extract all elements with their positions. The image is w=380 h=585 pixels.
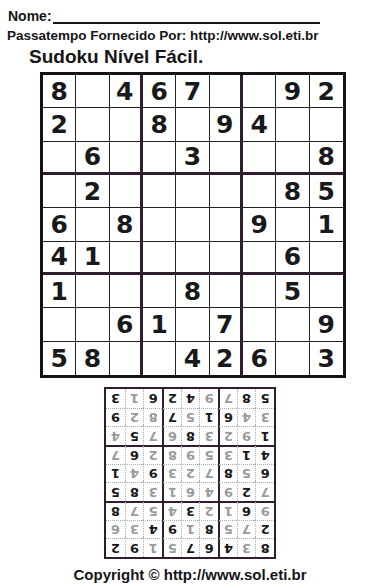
puzzle-cell-r3c8: [276, 142, 309, 175]
puzzle-cell-r6c3: [110, 242, 143, 275]
puzzle-cell-r6c5: [176, 242, 209, 275]
puzzle-cell-r1c5: 7: [176, 75, 209, 108]
solution-cell-r4c3: 9: [218, 482, 237, 501]
puzzle-cell-r9c7: 6: [243, 342, 276, 375]
solution-cell-r6c7: 2: [143, 445, 162, 464]
solution-cell-r1c4: 6: [199, 538, 218, 557]
puzzle-cell-r6c9: [310, 242, 343, 275]
solution-cell-r8c4: 1: [199, 408, 218, 427]
puzzle-cell-r6c1: 4: [43, 242, 76, 275]
puzzle-cell-r1c6: [210, 75, 243, 108]
solution-cell-r4c4: 4: [199, 482, 218, 501]
solution-cell-r5c8: 4: [125, 464, 144, 483]
puzzle-cell-r8c9: 9: [310, 308, 343, 341]
solution-cell-r1c8: 9: [125, 538, 144, 557]
solution-cell-r3c4: 2: [199, 501, 218, 520]
sudoku-solution-grid-rotated-180: 8346751922758194369612345787294613856587…: [104, 387, 276, 559]
name-blank-line: [53, 9, 320, 24]
puzzle-cell-r8c3: 6: [110, 308, 143, 341]
puzzle-cell-r4c1: [43, 175, 76, 208]
puzzle-cell-r4c4: [143, 175, 176, 208]
puzzle-cell-r9c5: 4: [176, 342, 209, 375]
puzzle-cell-r3c9: 8: [310, 142, 343, 175]
puzzle-cell-r3c4: [143, 142, 176, 175]
puzzle-cell-r3c1: [43, 142, 76, 175]
solution-cell-r2c8: 3: [125, 520, 144, 539]
solution-cell-r9c9: 3: [106, 389, 125, 408]
puzzle-cell-r5c2: [76, 208, 109, 241]
solution-cell-r9c1: 5: [255, 389, 274, 408]
solution-cell-r8c8: 2: [125, 408, 144, 427]
puzzle-cell-r9c2: 8: [76, 342, 109, 375]
solution-cell-r2c6: 9: [162, 520, 181, 539]
solution-cell-r4c2: 2: [237, 482, 256, 501]
puzzle-cell-r5c6: [210, 208, 243, 241]
solution-cell-r5c2: 5: [237, 464, 256, 483]
solution-cell-r6c8: 6: [125, 445, 144, 464]
solution-cell-r7c4: 3: [199, 426, 218, 445]
solution-cell-r2c1: 2: [255, 520, 274, 539]
puzzle-cell-r7c4: [143, 275, 176, 308]
puzzle-cell-r4c7: [243, 175, 276, 208]
puzzle-cell-r5c1: 6: [43, 208, 76, 241]
puzzle-cell-r7c6: [210, 275, 243, 308]
solution-cell-r3c1: 9: [255, 501, 274, 520]
puzzle-cell-r9c1: 5: [43, 342, 76, 375]
solution-cell-r6c3: 3: [218, 445, 237, 464]
solution-cell-r9c7: 6: [143, 389, 162, 408]
puzzle-cell-r7c2: [76, 275, 109, 308]
puzzle-cell-r7c5: 8: [176, 275, 209, 308]
puzzle-cell-r4c9: 5: [310, 175, 343, 208]
solution-cell-r6c6: 8: [162, 445, 181, 464]
puzzle-cell-r8c4: 1: [143, 308, 176, 341]
puzzle-cell-r2c8: [276, 108, 309, 141]
puzzle-cell-r8c5: [176, 308, 209, 341]
sudoku-puzzle-grid: 846792289463828568914161856179584263: [40, 72, 346, 378]
solution-cell-r1c9: 2: [106, 538, 125, 557]
solution-cell-r3c9: 8: [106, 501, 125, 520]
solution-cell-r6c9: 7: [106, 445, 125, 464]
puzzle-cell-r7c3: [110, 275, 143, 308]
puzzle-cell-r6c2: 1: [76, 242, 109, 275]
puzzle-cell-r8c8: [276, 308, 309, 341]
solution-cell-r2c2: 7: [237, 520, 256, 539]
solution-cell-r7c5: 8: [181, 426, 200, 445]
solution-cell-r8c9: 9: [106, 408, 125, 427]
puzzle-cell-r9c4: [143, 342, 176, 375]
puzzle-cell-r5c8: [276, 208, 309, 241]
puzzle-cell-r1c9: 2: [310, 75, 343, 108]
solution-cell-r2c3: 5: [218, 520, 237, 539]
puzzle-cell-r3c2: 6: [76, 142, 109, 175]
solution-cell-r1c6: 5: [162, 538, 181, 557]
printable-sudoku-page: Nome: Passatempo Fornecido Por: http://w…: [0, 0, 380, 585]
puzzle-cell-r2c1: 2: [43, 108, 76, 141]
puzzle-cell-r2c2: [76, 108, 109, 141]
solution-cell-r3c2: 6: [237, 501, 256, 520]
solution-cell-r3c6: 4: [162, 501, 181, 520]
solution-cell-r5c5: 2: [181, 464, 200, 483]
solution-cell-r6c2: 1: [237, 445, 256, 464]
solution-cell-r1c7: 1: [143, 538, 162, 557]
solution-cell-r5c1: 6: [255, 464, 274, 483]
puzzle-cell-r6c8: 6: [276, 242, 309, 275]
solution-cell-r1c1: 8: [255, 538, 274, 557]
solution-cell-r6c1: 4: [255, 445, 274, 464]
puzzle-cell-r9c6: 2: [210, 342, 243, 375]
puzzle-cell-r7c9: [310, 275, 343, 308]
solution-cell-r5c3: 8: [218, 464, 237, 483]
solution-cell-r9c2: 8: [237, 389, 256, 408]
puzzle-cell-r1c3: 4: [110, 75, 143, 108]
puzzle-cell-r3c7: [243, 142, 276, 175]
puzzle-cell-r3c5: 3: [176, 142, 209, 175]
solution-cell-r9c3: 7: [218, 389, 237, 408]
provider-line: Passatempo Fornecido Por: http://www.sol…: [7, 28, 376, 43]
puzzle-cell-r2c5: [176, 108, 209, 141]
solution-cell-r8c2: 4: [237, 408, 256, 427]
solution-cell-r8c1: 3: [255, 408, 274, 427]
solution-cell-r3c8: 7: [125, 501, 144, 520]
solution-cell-r1c2: 3: [237, 538, 256, 557]
puzzle-cell-r4c3: [110, 175, 143, 208]
solution-cell-r1c5: 7: [181, 538, 200, 557]
puzzle-cell-r7c1: 1: [43, 275, 76, 308]
solution-cell-r4c1: 7: [255, 482, 274, 501]
solution-cell-r9c5: 4: [181, 389, 200, 408]
solution-cell-r7c1: 1: [255, 426, 274, 445]
solution-cell-r8c3: 6: [218, 408, 237, 427]
solution-cell-r2c7: 4: [143, 520, 162, 539]
solution-cell-r4c9: 5: [106, 482, 125, 501]
page-title: Sudoku Nível Fácil.: [29, 46, 380, 68]
solution-cell-r7c6: 6: [162, 426, 181, 445]
solution-cell-r2c9: 6: [106, 520, 125, 539]
puzzle-cell-r8c7: [243, 308, 276, 341]
puzzle-cell-r6c4: [143, 242, 176, 275]
solution-cell-r7c2: 9: [237, 426, 256, 445]
puzzle-cell-r4c5: [176, 175, 209, 208]
puzzle-cell-r9c9: 3: [310, 342, 343, 375]
solution-cell-r1c3: 4: [218, 538, 237, 557]
solution-cell-r3c5: 3: [181, 501, 200, 520]
solution-cell-r5c4: 7: [199, 464, 218, 483]
puzzle-cell-r8c6: 7: [210, 308, 243, 341]
puzzle-cell-r2c7: 4: [243, 108, 276, 141]
solution-cell-r4c6: 1: [162, 482, 181, 501]
puzzle-cell-r7c7: [243, 275, 276, 308]
puzzle-cell-r7c8: 5: [276, 275, 309, 308]
solution-cell-r7c8: 5: [125, 426, 144, 445]
puzzle-cell-r1c7: [243, 75, 276, 108]
solution-cell-r3c3: 1: [218, 501, 237, 520]
puzzle-cell-r9c3: [110, 342, 143, 375]
puzzle-cell-r1c4: 6: [143, 75, 176, 108]
puzzle-cell-r2c4: 8: [143, 108, 176, 141]
puzzle-cell-r2c3: [110, 108, 143, 141]
puzzle-cell-r4c8: 8: [276, 175, 309, 208]
solution-cell-r3c7: 5: [143, 501, 162, 520]
puzzle-cell-r8c2: [76, 308, 109, 341]
puzzle-cell-r5c3: 8: [110, 208, 143, 241]
name-row: Nome:: [8, 6, 320, 24]
solution-cell-r2c5: 1: [181, 520, 200, 539]
solution-cell-r8c7: 8: [143, 408, 162, 427]
solution-cell-r9c6: 2: [162, 389, 181, 408]
solution-cell-r5c6: 3: [162, 464, 181, 483]
puzzle-cell-r6c7: [243, 242, 276, 275]
solution-cell-r4c7: 3: [143, 482, 162, 501]
solution-cell-r4c8: 8: [125, 482, 144, 501]
puzzle-cell-r4c6: [210, 175, 243, 208]
solution-cell-r9c4: 9: [199, 389, 218, 408]
name-label: Nome:: [8, 8, 52, 24]
puzzle-cell-r1c2: [76, 75, 109, 108]
puzzle-cell-r9c8: [276, 342, 309, 375]
solution-cell-r6c4: 5: [199, 445, 218, 464]
puzzle-cell-r2c9: [310, 108, 343, 141]
solution-cell-r2c4: 8: [199, 520, 218, 539]
solution-cell-r7c7: 7: [143, 426, 162, 445]
puzzle-cell-r2c6: 9: [210, 108, 243, 141]
solution-cell-r8c5: 5: [181, 408, 200, 427]
puzzle-cell-r5c5: [176, 208, 209, 241]
solution-cell-r7c3: 2: [218, 426, 237, 445]
solution-cell-r9c8: 1: [125, 389, 144, 408]
puzzle-cell-r5c7: 9: [243, 208, 276, 241]
copyright-line: Copyright © http://www.sol.eti.br: [0, 566, 380, 583]
puzzle-cell-r8c1: [43, 308, 76, 341]
puzzle-cell-r1c8: 9: [276, 75, 309, 108]
puzzle-cell-r5c4: [143, 208, 176, 241]
solution-cell-r5c9: 1: [106, 464, 125, 483]
solution-cell-r4c5: 6: [181, 482, 200, 501]
puzzle-cell-r4c2: 2: [76, 175, 109, 208]
solution-cell-r6c5: 9: [181, 445, 200, 464]
solution-cell-r7c9: 4: [106, 426, 125, 445]
puzzle-cell-r1c1: 8: [43, 75, 76, 108]
puzzle-cell-r3c6: [210, 142, 243, 175]
puzzle-cell-r5c9: 1: [310, 208, 343, 241]
puzzle-cell-r6c6: [210, 242, 243, 275]
puzzle-cell-r3c3: [110, 142, 143, 175]
solution-cell-r5c7: 9: [143, 464, 162, 483]
solution-cell-r8c6: 7: [162, 408, 181, 427]
